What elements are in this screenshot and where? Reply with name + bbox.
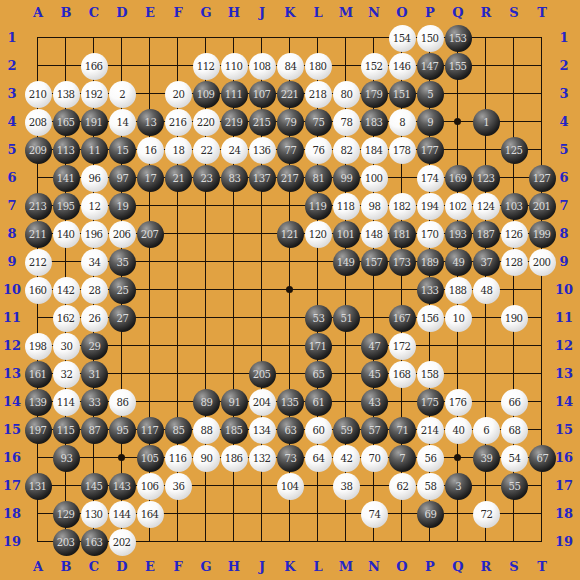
board-point-P18[interactable]: 69 xyxy=(416,500,444,528)
board-point-J3[interactable]: 107 xyxy=(248,80,276,108)
board-point-T12[interactable] xyxy=(528,332,556,360)
board-point-H3[interactable]: 111 xyxy=(220,80,248,108)
board-point-C11[interactable]: 26 xyxy=(80,304,108,332)
board-point-P15[interactable]: 214 xyxy=(416,416,444,444)
board-point-M19[interactable] xyxy=(332,528,360,556)
board-point-F3[interactable]: 20 xyxy=(164,80,192,108)
board-point-N16[interactable]: 70 xyxy=(360,444,388,472)
board-point-N17[interactable] xyxy=(360,472,388,500)
board-point-Q11[interactable]: 10 xyxy=(444,304,472,332)
board-point-M17[interactable]: 38 xyxy=(332,472,360,500)
board-point-E13[interactable] xyxy=(136,360,164,388)
board-point-D7[interactable]: 19 xyxy=(108,192,136,220)
board-point-S1[interactable] xyxy=(500,24,528,52)
board-point-R17[interactable] xyxy=(472,472,500,500)
board-point-A1[interactable] xyxy=(24,24,52,52)
board-point-F8[interactable] xyxy=(164,220,192,248)
board-point-D18[interactable]: 144 xyxy=(108,500,136,528)
board-point-K12[interactable] xyxy=(276,332,304,360)
board-point-O14[interactable] xyxy=(388,388,416,416)
board-point-J4[interactable]: 215 xyxy=(248,108,276,136)
board-point-J13[interactable]: 205 xyxy=(248,360,276,388)
board-point-A10[interactable]: 160 xyxy=(24,276,52,304)
board-point-N10[interactable] xyxy=(360,276,388,304)
board-point-A5[interactable]: 209 xyxy=(24,136,52,164)
board-point-T17[interactable] xyxy=(528,472,556,500)
board-point-C15[interactable]: 87 xyxy=(80,416,108,444)
board-point-E15[interactable]: 117 xyxy=(136,416,164,444)
board-point-Q3[interactable] xyxy=(444,80,472,108)
board-point-P7[interactable]: 194 xyxy=(416,192,444,220)
board-point-K14[interactable]: 135 xyxy=(276,388,304,416)
board-point-N19[interactable] xyxy=(360,528,388,556)
board-point-H14[interactable]: 91 xyxy=(220,388,248,416)
board-point-P9[interactable]: 189 xyxy=(416,248,444,276)
board-point-M18[interactable] xyxy=(332,500,360,528)
board-point-R11[interactable] xyxy=(472,304,500,332)
board-point-N4[interactable]: 183 xyxy=(360,108,388,136)
board-point-P2[interactable]: 147 xyxy=(416,52,444,80)
board-point-C18[interactable]: 130 xyxy=(80,500,108,528)
board-point-S8[interactable]: 126 xyxy=(500,220,528,248)
board-point-L4[interactable]: 75 xyxy=(304,108,332,136)
board-point-S16[interactable]: 54 xyxy=(500,444,528,472)
board-point-K18[interactable] xyxy=(276,500,304,528)
board-point-R18[interactable]: 72 xyxy=(472,500,500,528)
board-point-L7[interactable]: 119 xyxy=(304,192,332,220)
board-point-K1[interactable] xyxy=(276,24,304,52)
board-point-L16[interactable]: 64 xyxy=(304,444,332,472)
board-point-H10[interactable] xyxy=(220,276,248,304)
board-point-P19[interactable] xyxy=(416,528,444,556)
board-point-A17[interactable]: 131 xyxy=(24,472,52,500)
board-point-E14[interactable] xyxy=(136,388,164,416)
board-point-H5[interactable]: 24 xyxy=(220,136,248,164)
board-point-H18[interactable] xyxy=(220,500,248,528)
board-point-F17[interactable]: 36 xyxy=(164,472,192,500)
board-point-C19[interactable]: 163 xyxy=(80,528,108,556)
board-point-R12[interactable] xyxy=(472,332,500,360)
board-point-R2[interactable] xyxy=(472,52,500,80)
board-point-R4[interactable]: 1 xyxy=(472,108,500,136)
board-point-S17[interactable]: 55 xyxy=(500,472,528,500)
board-point-D12[interactable] xyxy=(108,332,136,360)
board-point-D15[interactable]: 95 xyxy=(108,416,136,444)
board-point-F13[interactable] xyxy=(164,360,192,388)
board-point-S11[interactable]: 190 xyxy=(500,304,528,332)
board-point-T7[interactable]: 201 xyxy=(528,192,556,220)
board-point-K4[interactable]: 79 xyxy=(276,108,304,136)
board-point-G17[interactable] xyxy=(192,472,220,500)
board-point-T19[interactable] xyxy=(528,528,556,556)
board-point-B1[interactable] xyxy=(52,24,80,52)
board-point-E8[interactable]: 207 xyxy=(136,220,164,248)
board-point-P8[interactable]: 170 xyxy=(416,220,444,248)
board-point-D9[interactable]: 35 xyxy=(108,248,136,276)
board-point-C1[interactable] xyxy=(80,24,108,52)
board-point-D16[interactable] xyxy=(108,444,136,472)
board-point-O7[interactable]: 182 xyxy=(388,192,416,220)
board-point-E5[interactable]: 16 xyxy=(136,136,164,164)
board-point-L9[interactable] xyxy=(304,248,332,276)
board-point-L3[interactable]: 218 xyxy=(304,80,332,108)
board-point-C13[interactable]: 31 xyxy=(80,360,108,388)
board-point-P6[interactable]: 174 xyxy=(416,164,444,192)
board-point-H16[interactable]: 186 xyxy=(220,444,248,472)
board-point-L11[interactable]: 53 xyxy=(304,304,332,332)
board-point-C17[interactable]: 145 xyxy=(80,472,108,500)
board-point-D13[interactable] xyxy=(108,360,136,388)
board-point-K3[interactable]: 221 xyxy=(276,80,304,108)
board-point-S6[interactable] xyxy=(500,164,528,192)
board-point-B9[interactable] xyxy=(52,248,80,276)
board-point-H1[interactable] xyxy=(220,24,248,52)
board-point-S5[interactable]: 125 xyxy=(500,136,528,164)
board-point-F12[interactable] xyxy=(164,332,192,360)
board-point-K5[interactable]: 77 xyxy=(276,136,304,164)
board-point-G16[interactable]: 90 xyxy=(192,444,220,472)
board-point-B14[interactable]: 114 xyxy=(52,388,80,416)
board-point-L15[interactable]: 60 xyxy=(304,416,332,444)
board-point-J19[interactable] xyxy=(248,528,276,556)
board-point-G4[interactable]: 220 xyxy=(192,108,220,136)
board-point-T5[interactable] xyxy=(528,136,556,164)
board-point-L8[interactable]: 120 xyxy=(304,220,332,248)
board-point-P17[interactable]: 58 xyxy=(416,472,444,500)
board-point-M6[interactable]: 99 xyxy=(332,164,360,192)
board-point-C7[interactable]: 12 xyxy=(80,192,108,220)
board-point-D1[interactable] xyxy=(108,24,136,52)
board-point-E7[interactable] xyxy=(136,192,164,220)
board-point-J9[interactable] xyxy=(248,248,276,276)
board-point-P4[interactable]: 9 xyxy=(416,108,444,136)
board-point-A3[interactable]: 210 xyxy=(24,80,52,108)
board-point-Q16[interactable] xyxy=(444,444,472,472)
board-point-R14[interactable] xyxy=(472,388,500,416)
board-point-A16[interactable] xyxy=(24,444,52,472)
board-point-T9[interactable]: 200 xyxy=(528,248,556,276)
board-point-Q8[interactable]: 193 xyxy=(444,220,472,248)
board-point-Q14[interactable]: 176 xyxy=(444,388,472,416)
board-point-R1[interactable] xyxy=(472,24,500,52)
board-point-B16[interactable]: 93 xyxy=(52,444,80,472)
board-point-K17[interactable]: 104 xyxy=(276,472,304,500)
board-point-E3[interactable] xyxy=(136,80,164,108)
board-point-G12[interactable] xyxy=(192,332,220,360)
board-point-N7[interactable]: 98 xyxy=(360,192,388,220)
board-point-S7[interactable]: 103 xyxy=(500,192,528,220)
board-point-O8[interactable]: 181 xyxy=(388,220,416,248)
board-point-F9[interactable] xyxy=(164,248,192,276)
board-point-M12[interactable] xyxy=(332,332,360,360)
board-point-Q2[interactable]: 155 xyxy=(444,52,472,80)
board-point-J14[interactable]: 204 xyxy=(248,388,276,416)
board-point-O6[interactable] xyxy=(388,164,416,192)
board-point-A8[interactable]: 211 xyxy=(24,220,52,248)
board-point-F18[interactable] xyxy=(164,500,192,528)
board-point-F16[interactable]: 116 xyxy=(164,444,192,472)
board-point-J17[interactable] xyxy=(248,472,276,500)
board-point-M11[interactable]: 51 xyxy=(332,304,360,332)
board-point-B18[interactable]: 129 xyxy=(52,500,80,528)
board-point-T13[interactable] xyxy=(528,360,556,388)
board-point-D19[interactable]: 202 xyxy=(108,528,136,556)
board-point-F15[interactable]: 85 xyxy=(164,416,192,444)
board-point-S12[interactable] xyxy=(500,332,528,360)
board-point-O11[interactable]: 167 xyxy=(388,304,416,332)
board-point-Q17[interactable]: 3 xyxy=(444,472,472,500)
board-point-A7[interactable]: 213 xyxy=(24,192,52,220)
board-point-R15[interactable]: 6 xyxy=(472,416,500,444)
board-point-L5[interactable]: 76 xyxy=(304,136,332,164)
board-point-R7[interactable]: 124 xyxy=(472,192,500,220)
board-point-E9[interactable] xyxy=(136,248,164,276)
board-point-D17[interactable]: 143 xyxy=(108,472,136,500)
board-point-S14[interactable]: 66 xyxy=(500,388,528,416)
board-point-T14[interactable] xyxy=(528,388,556,416)
board-point-D2[interactable] xyxy=(108,52,136,80)
board-point-E18[interactable]: 164 xyxy=(136,500,164,528)
board-point-D5[interactable]: 15 xyxy=(108,136,136,164)
board-point-R13[interactable] xyxy=(472,360,500,388)
board-point-H6[interactable]: 83 xyxy=(220,164,248,192)
board-point-B5[interactable]: 113 xyxy=(52,136,80,164)
board-point-C14[interactable]: 33 xyxy=(80,388,108,416)
board-point-N12[interactable]: 47 xyxy=(360,332,388,360)
board-point-T6[interactable]: 127 xyxy=(528,164,556,192)
board-point-R3[interactable] xyxy=(472,80,500,108)
board-point-G2[interactable]: 112 xyxy=(192,52,220,80)
board-point-H19[interactable] xyxy=(220,528,248,556)
board-point-O17[interactable]: 62 xyxy=(388,472,416,500)
board-point-O15[interactable]: 71 xyxy=(388,416,416,444)
board-point-H2[interactable]: 110 xyxy=(220,52,248,80)
board-point-C6[interactable]: 96 xyxy=(80,164,108,192)
board-point-T10[interactable] xyxy=(528,276,556,304)
board-point-M8[interactable]: 101 xyxy=(332,220,360,248)
board-point-D4[interactable]: 14 xyxy=(108,108,136,136)
board-point-J16[interactable]: 132 xyxy=(248,444,276,472)
board-point-B17[interactable] xyxy=(52,472,80,500)
board-point-G14[interactable]: 89 xyxy=(192,388,220,416)
board-point-N14[interactable]: 43 xyxy=(360,388,388,416)
board-point-K19[interactable] xyxy=(276,528,304,556)
board-point-A6[interactable] xyxy=(24,164,52,192)
board-point-Q1[interactable]: 153 xyxy=(444,24,472,52)
board-point-M4[interactable]: 78 xyxy=(332,108,360,136)
board-point-K15[interactable]: 63 xyxy=(276,416,304,444)
board-point-T18[interactable] xyxy=(528,500,556,528)
board-point-S3[interactable] xyxy=(500,80,528,108)
board-point-K2[interactable]: 84 xyxy=(276,52,304,80)
board-point-S19[interactable] xyxy=(500,528,528,556)
board-point-A11[interactable] xyxy=(24,304,52,332)
board-point-E2[interactable] xyxy=(136,52,164,80)
board-point-E12[interactable] xyxy=(136,332,164,360)
board-point-T4[interactable] xyxy=(528,108,556,136)
board-point-M9[interactable]: 149 xyxy=(332,248,360,276)
board-point-F2[interactable] xyxy=(164,52,192,80)
board-point-K16[interactable]: 73 xyxy=(276,444,304,472)
board-point-Q7[interactable]: 102 xyxy=(444,192,472,220)
board-point-L10[interactable] xyxy=(304,276,332,304)
board-point-O19[interactable] xyxy=(388,528,416,556)
board-point-N5[interactable]: 184 xyxy=(360,136,388,164)
board-point-S15[interactable]: 68 xyxy=(500,416,528,444)
board-point-K7[interactable] xyxy=(276,192,304,220)
board-point-E11[interactable] xyxy=(136,304,164,332)
board-point-K10[interactable] xyxy=(276,276,304,304)
board-point-S18[interactable] xyxy=(500,500,528,528)
board-point-A4[interactable]: 208 xyxy=(24,108,52,136)
board-point-E4[interactable]: 13 xyxy=(136,108,164,136)
board-point-J1[interactable] xyxy=(248,24,276,52)
board-point-T16[interactable]: 67 xyxy=(528,444,556,472)
board-point-J11[interactable] xyxy=(248,304,276,332)
board-point-C3[interactable]: 192 xyxy=(80,80,108,108)
board-point-P13[interactable]: 158 xyxy=(416,360,444,388)
board-point-N3[interactable]: 179 xyxy=(360,80,388,108)
board-point-P12[interactable] xyxy=(416,332,444,360)
board-point-E1[interactable] xyxy=(136,24,164,52)
board-point-Q18[interactable] xyxy=(444,500,472,528)
board-point-C8[interactable]: 196 xyxy=(80,220,108,248)
board-point-K9[interactable] xyxy=(276,248,304,276)
board-point-L1[interactable] xyxy=(304,24,332,52)
board-point-H11[interactable] xyxy=(220,304,248,332)
board-point-Q6[interactable]: 169 xyxy=(444,164,472,192)
board-point-N11[interactable] xyxy=(360,304,388,332)
board-point-Q15[interactable]: 40 xyxy=(444,416,472,444)
board-point-T1[interactable] xyxy=(528,24,556,52)
board-point-F4[interactable]: 216 xyxy=(164,108,192,136)
board-point-L6[interactable]: 81 xyxy=(304,164,332,192)
board-point-G6[interactable]: 23 xyxy=(192,164,220,192)
board-point-R8[interactable]: 187 xyxy=(472,220,500,248)
board-point-C12[interactable]: 29 xyxy=(80,332,108,360)
board-point-G9[interactable] xyxy=(192,248,220,276)
board-point-C9[interactable]: 34 xyxy=(80,248,108,276)
board-point-T8[interactable]: 199 xyxy=(528,220,556,248)
board-point-F10[interactable] xyxy=(164,276,192,304)
board-point-E16[interactable]: 105 xyxy=(136,444,164,472)
board-point-P3[interactable]: 5 xyxy=(416,80,444,108)
board-point-A18[interactable] xyxy=(24,500,52,528)
board-point-G18[interactable] xyxy=(192,500,220,528)
board-point-B8[interactable]: 140 xyxy=(52,220,80,248)
board-point-G13[interactable] xyxy=(192,360,220,388)
board-point-G10[interactable] xyxy=(192,276,220,304)
board-point-D3[interactable]: 2 xyxy=(108,80,136,108)
board-point-H7[interactable] xyxy=(220,192,248,220)
board-point-Q5[interactable] xyxy=(444,136,472,164)
board-point-G1[interactable] xyxy=(192,24,220,52)
board-point-L19[interactable] xyxy=(304,528,332,556)
board-point-P14[interactable]: 175 xyxy=(416,388,444,416)
board-point-L13[interactable]: 65 xyxy=(304,360,332,388)
board-point-B3[interactable]: 138 xyxy=(52,80,80,108)
board-point-B7[interactable]: 195 xyxy=(52,192,80,220)
board-point-E10[interactable] xyxy=(136,276,164,304)
board-point-O12[interactable]: 172 xyxy=(388,332,416,360)
board-point-O2[interactable]: 146 xyxy=(388,52,416,80)
board-point-C5[interactable]: 11 xyxy=(80,136,108,164)
board-point-D14[interactable]: 86 xyxy=(108,388,136,416)
board-point-H13[interactable] xyxy=(220,360,248,388)
board-point-C16[interactable] xyxy=(80,444,108,472)
board-point-L2[interactable]: 180 xyxy=(304,52,332,80)
board-point-R5[interactable] xyxy=(472,136,500,164)
board-point-A15[interactable]: 197 xyxy=(24,416,52,444)
board-point-M15[interactable]: 59 xyxy=(332,416,360,444)
board-point-N1[interactable] xyxy=(360,24,388,52)
board-point-M3[interactable]: 80 xyxy=(332,80,360,108)
board-point-M7[interactable]: 118 xyxy=(332,192,360,220)
board-point-O5[interactable]: 178 xyxy=(388,136,416,164)
board-point-N6[interactable]: 100 xyxy=(360,164,388,192)
board-point-G8[interactable] xyxy=(192,220,220,248)
board-point-B19[interactable]: 203 xyxy=(52,528,80,556)
board-point-H17[interactable] xyxy=(220,472,248,500)
board-point-J8[interactable] xyxy=(248,220,276,248)
board-point-A9[interactable]: 212 xyxy=(24,248,52,276)
board-point-B2[interactable] xyxy=(52,52,80,80)
board-point-M14[interactable] xyxy=(332,388,360,416)
board-point-T11[interactable] xyxy=(528,304,556,332)
board-point-D8[interactable]: 206 xyxy=(108,220,136,248)
board-point-F14[interactable] xyxy=(164,388,192,416)
board-point-D11[interactable]: 27 xyxy=(108,304,136,332)
board-point-Q12[interactable] xyxy=(444,332,472,360)
board-point-B4[interactable]: 165 xyxy=(52,108,80,136)
board-point-H15[interactable]: 185 xyxy=(220,416,248,444)
board-point-H4[interactable]: 219 xyxy=(220,108,248,136)
board-point-F5[interactable]: 18 xyxy=(164,136,192,164)
board-point-M5[interactable]: 82 xyxy=(332,136,360,164)
board-point-N15[interactable]: 57 xyxy=(360,416,388,444)
board-point-N8[interactable]: 148 xyxy=(360,220,388,248)
board-point-M2[interactable] xyxy=(332,52,360,80)
board-point-M13[interactable] xyxy=(332,360,360,388)
board-point-A14[interactable]: 139 xyxy=(24,388,52,416)
board-point-Q19[interactable] xyxy=(444,528,472,556)
board-point-B12[interactable]: 30 xyxy=(52,332,80,360)
board-point-Q4[interactable] xyxy=(444,108,472,136)
board-point-G7[interactable] xyxy=(192,192,220,220)
board-point-O16[interactable]: 7 xyxy=(388,444,416,472)
board-point-K6[interactable]: 217 xyxy=(276,164,304,192)
board-point-C2[interactable]: 166 xyxy=(80,52,108,80)
board-point-T15[interactable] xyxy=(528,416,556,444)
board-point-K11[interactable] xyxy=(276,304,304,332)
board-point-D10[interactable]: 25 xyxy=(108,276,136,304)
board-point-M1[interactable] xyxy=(332,24,360,52)
board-point-M10[interactable] xyxy=(332,276,360,304)
board-point-F1[interactable] xyxy=(164,24,192,52)
board-point-Q10[interactable]: 188 xyxy=(444,276,472,304)
board-point-F11[interactable] xyxy=(164,304,192,332)
board-point-J12[interactable] xyxy=(248,332,276,360)
board-point-B11[interactable]: 162 xyxy=(52,304,80,332)
board-point-O4[interactable]: 8 xyxy=(388,108,416,136)
board-point-H8[interactable] xyxy=(220,220,248,248)
board-point-F19[interactable] xyxy=(164,528,192,556)
board-point-Q9[interactable]: 49 xyxy=(444,248,472,276)
board-point-N2[interactable]: 152 xyxy=(360,52,388,80)
board-point-G3[interactable]: 109 xyxy=(192,80,220,108)
board-point-C10[interactable]: 28 xyxy=(80,276,108,304)
board-point-H12[interactable] xyxy=(220,332,248,360)
